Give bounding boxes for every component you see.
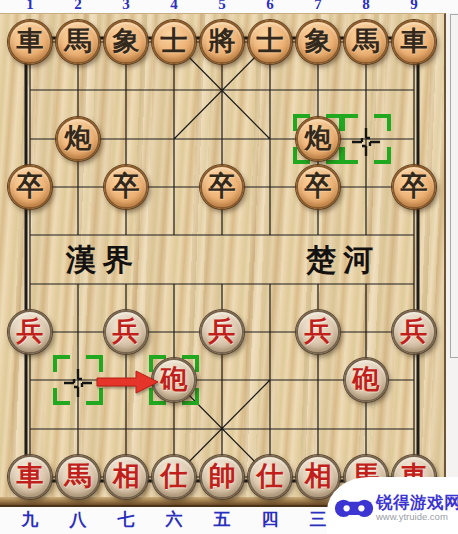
panel-border-tick-top xyxy=(450,14,458,15)
top-coordinate-3: 3 xyxy=(114,0,138,12)
piece-red-advisor[interactable]: 仕 xyxy=(152,455,196,499)
bracket-corner xyxy=(86,355,103,372)
piece-glyph: 砲 xyxy=(353,366,380,393)
piece-glyph: 象 xyxy=(113,28,140,55)
piece-black-elephant[interactable]: 象 xyxy=(296,20,340,64)
selection-bracket xyxy=(53,355,103,405)
top-coordinate-6: 6 xyxy=(258,0,282,12)
top-coordinate-9: 9 xyxy=(402,0,426,12)
piece-glyph: 士 xyxy=(257,28,284,55)
panel-border-tick-bottom xyxy=(450,357,458,358)
piece-glyph: 卒 xyxy=(305,173,332,200)
piece-glyph: 卒 xyxy=(17,173,44,200)
piece-glyph: 馬 xyxy=(65,463,92,490)
watermark-site-name: 锐得游戏网 xyxy=(376,493,458,511)
piece-red-soldier[interactable]: 兵 xyxy=(200,310,244,354)
piece-glyph: 卒 xyxy=(209,173,236,200)
piece-glyph: 仕 xyxy=(161,463,188,490)
piece-glyph: 將 xyxy=(209,28,236,55)
piece-black-soldier[interactable]: 卒 xyxy=(200,165,244,209)
piece-black-soldier[interactable]: 卒 xyxy=(8,165,52,209)
top-coordinate-2: 2 xyxy=(66,0,90,12)
site-watermark[interactable]: 锐得游戏网 www.ytruide.com xyxy=(327,477,458,534)
piece-glyph: 車 xyxy=(17,28,44,55)
piece-black-advisor[interactable]: 士 xyxy=(152,20,196,64)
watermark-url[interactable]: www.ytruide.com xyxy=(376,511,458,522)
selection-bracket xyxy=(341,114,391,164)
top-coordinates-strip: 123456789 xyxy=(0,0,458,13)
panel-border-line xyxy=(450,14,451,358)
piece-red-cannon[interactable]: 砲 xyxy=(344,358,388,402)
bottom-coordinate-5: 五 xyxy=(210,511,234,529)
watermark-text-block: 锐得游戏网 www.ytruide.com xyxy=(376,493,458,522)
river-label-left: 漢界 xyxy=(66,243,140,277)
game-controller-logo-icon xyxy=(334,494,374,521)
bracket-corner xyxy=(86,388,103,405)
piece-glyph: 車 xyxy=(401,28,428,55)
bracket-corner xyxy=(341,147,358,164)
piece-black-elephant[interactable]: 象 xyxy=(104,20,148,64)
piece-red-horse[interactable]: 馬 xyxy=(56,455,100,499)
bracket-corner xyxy=(374,114,391,131)
piece-black-chariot[interactable]: 車 xyxy=(392,20,436,64)
piece-glyph: 車 xyxy=(17,463,44,490)
bottom-coordinate-6: 四 xyxy=(258,511,282,529)
piece-glyph: 兵 xyxy=(17,318,44,345)
piece-glyph: 馬 xyxy=(65,28,92,55)
top-coordinate-4: 4 xyxy=(162,0,186,12)
piece-black-general[interactable]: 將 xyxy=(200,20,244,64)
piece-black-chariot[interactable]: 車 xyxy=(8,20,52,64)
piece-red-chariot[interactable]: 車 xyxy=(8,455,52,499)
piece-glyph: 炮 xyxy=(65,125,92,152)
piece-red-soldier[interactable]: 兵 xyxy=(392,310,436,354)
piece-glyph: 兵 xyxy=(305,318,332,345)
piece-glyph: 象 xyxy=(305,28,332,55)
piece-red-soldier[interactable]: 兵 xyxy=(296,310,340,354)
piece-glyph: 卒 xyxy=(401,173,428,200)
bracket-corner xyxy=(53,355,70,372)
bottom-coordinate-2: 八 xyxy=(66,511,90,529)
piece-glyph: 相 xyxy=(305,463,332,490)
piece-red-soldier[interactable]: 兵 xyxy=(8,310,52,354)
piece-glyph: 卒 xyxy=(113,173,140,200)
piece-glyph: 帥 xyxy=(209,463,236,490)
top-coordinate-8: 8 xyxy=(354,0,378,12)
xiangqi-app: 漢界 楚河 車馬象士將士象馬車炮炮卒卒卒卒卒兵兵兵兵兵砲砲車馬相仕帥仕相馬車 1… xyxy=(0,0,458,534)
piece-black-advisor[interactable]: 士 xyxy=(248,20,292,64)
piece-glyph: 兵 xyxy=(401,318,428,345)
top-coordinate-7: 7 xyxy=(306,0,330,12)
river-label-right: 楚河 xyxy=(306,243,380,277)
piece-red-cannon[interactable]: 砲 xyxy=(152,358,196,402)
piece-glyph: 兵 xyxy=(209,318,236,345)
piece-glyph: 仕 xyxy=(257,463,284,490)
piece-red-advisor[interactable]: 仕 xyxy=(248,455,292,499)
piece-glyph: 炮 xyxy=(305,125,332,152)
top-coordinate-1: 1 xyxy=(18,0,42,12)
piece-glyph: 馬 xyxy=(353,28,380,55)
piece-black-soldier[interactable]: 卒 xyxy=(104,165,148,209)
piece-glyph: 相 xyxy=(113,463,140,490)
bottom-coordinate-1: 九 xyxy=(18,511,42,529)
piece-black-cannon[interactable]: 炮 xyxy=(296,117,340,161)
bottom-coordinate-4: 六 xyxy=(162,511,186,529)
top-coordinate-5: 5 xyxy=(210,0,234,12)
piece-glyph: 兵 xyxy=(113,318,140,345)
piece-black-cannon[interactable]: 炮 xyxy=(56,117,100,161)
bracket-corner xyxy=(53,388,70,405)
bottom-coordinate-3: 七 xyxy=(114,511,138,529)
piece-glyph: 士 xyxy=(161,28,188,55)
piece-red-elephant[interactable]: 相 xyxy=(104,455,148,499)
piece-black-soldier[interactable]: 卒 xyxy=(296,165,340,209)
piece-glyph: 砲 xyxy=(161,366,188,393)
piece-red-soldier[interactable]: 兵 xyxy=(104,310,148,354)
piece-black-horse[interactable]: 馬 xyxy=(344,20,388,64)
piece-black-horse[interactable]: 馬 xyxy=(56,20,100,64)
bracket-corner xyxy=(341,114,358,131)
piece-red-general[interactable]: 帥 xyxy=(200,455,244,499)
piece-black-soldier[interactable]: 卒 xyxy=(392,165,436,209)
right-panel-edge xyxy=(446,13,458,534)
bracket-corner xyxy=(374,147,391,164)
